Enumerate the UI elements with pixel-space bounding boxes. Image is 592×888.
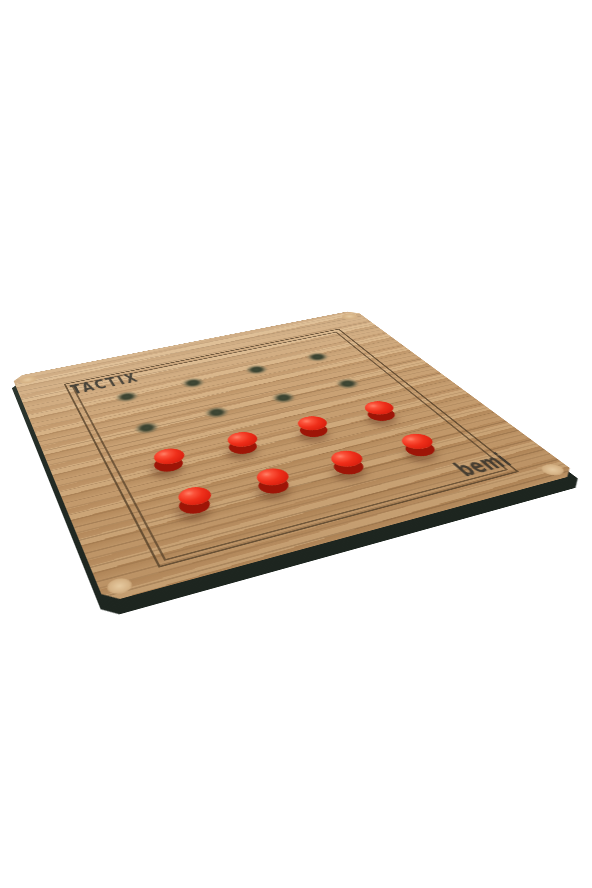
- peg-hole[interactable]: [179, 376, 208, 390]
- peg-hole[interactable]: [113, 389, 142, 403]
- red-peg[interactable]: [150, 446, 188, 467]
- red-peg[interactable]: [360, 399, 399, 417]
- red-peg[interactable]: [223, 429, 261, 449]
- corner-foot: [104, 576, 134, 597]
- peg-hole[interactable]: [201, 405, 232, 420]
- red-peg[interactable]: [252, 466, 293, 488]
- red-peg[interactable]: [326, 448, 368, 469]
- product-photo: TACTIX bemi: [0, 0, 592, 888]
- red-peg[interactable]: [396, 431, 438, 451]
- red-peg[interactable]: [293, 414, 331, 433]
- corner-foot: [339, 312, 360, 320]
- corner-foot: [18, 375, 38, 385]
- peg-hole[interactable]: [131, 420, 162, 436]
- peg-hole[interactable]: [332, 377, 363, 391]
- red-peg[interactable]: [174, 484, 215, 508]
- corner-foot: [537, 462, 568, 477]
- peg-hole[interactable]: [268, 390, 299, 405]
- peg-hole[interactable]: [303, 351, 332, 363]
- peg-hole[interactable]: [242, 363, 271, 376]
